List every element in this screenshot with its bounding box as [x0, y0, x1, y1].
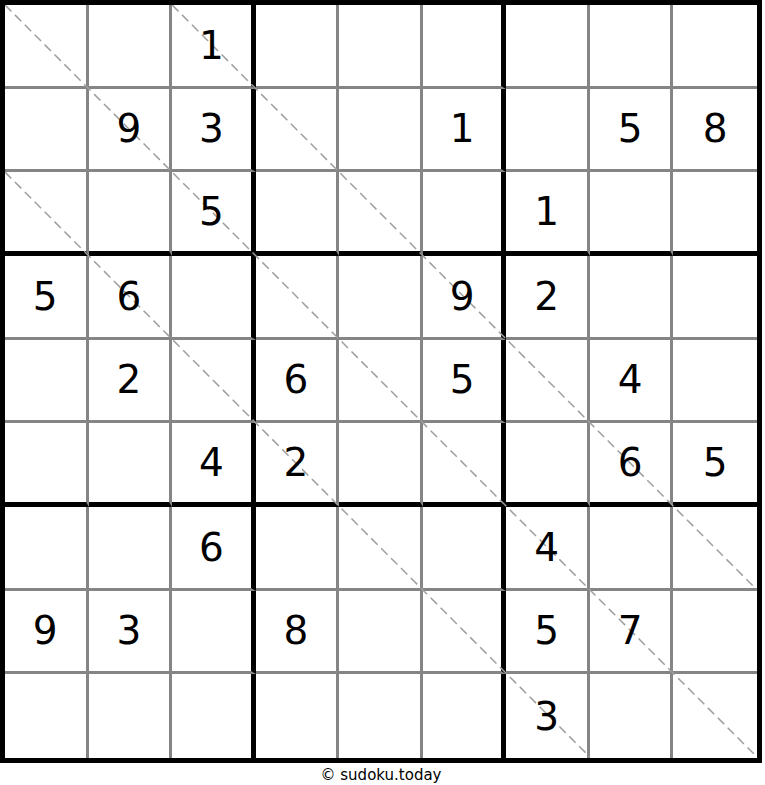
given-digit: 6: [284, 360, 309, 399]
cell-r9c4[interactable]: [256, 674, 340, 758]
cell-r8c2[interactable]: 3: [89, 591, 173, 675]
cell-r9c3[interactable]: [172, 674, 256, 758]
given-digit: 2: [116, 360, 141, 399]
given-digit: 8: [284, 611, 309, 650]
cell-r8c4[interactable]: 8: [256, 591, 340, 675]
cell-r5c2[interactable]: 2: [89, 340, 173, 424]
cell-r8c8[interactable]: 7: [590, 591, 674, 675]
cell-r7c5[interactable]: [339, 507, 423, 591]
cell-r2c6[interactable]: 1: [423, 89, 507, 173]
cell-r9c2[interactable]: [89, 674, 173, 758]
cell-r5c1[interactable]: [5, 340, 89, 424]
given-digit: 3: [534, 697, 559, 736]
cell-r2c5[interactable]: [339, 89, 423, 173]
cell-r1c7[interactable]: [506, 5, 590, 89]
cell-r7c4[interactable]: [256, 507, 340, 591]
cell-r3c8[interactable]: [590, 172, 674, 256]
cell-r5c3[interactable]: [172, 340, 256, 424]
cell-r3c2[interactable]: [89, 172, 173, 256]
sudoku-page: 1931585156922654426564938573 © sudoku.to…: [0, 0, 765, 785]
given-digit: 5: [703, 443, 728, 482]
cell-r6c2[interactable]: [89, 423, 173, 507]
cell-r7c1[interactable]: [5, 507, 89, 591]
cell-r4c2[interactable]: 6: [89, 256, 173, 340]
given-digit: 9: [116, 109, 141, 148]
given-digit: 3: [199, 109, 224, 148]
cell-r1c5[interactable]: [339, 5, 423, 89]
given-digit: 8: [703, 109, 728, 148]
given-digit: 5: [450, 360, 475, 399]
cell-r1c9[interactable]: [673, 5, 757, 89]
given-digit: 1: [450, 109, 475, 148]
given-digit: 2: [284, 443, 309, 482]
cell-r1c8[interactable]: [590, 5, 674, 89]
cell-r4c3[interactable]: [172, 256, 256, 340]
cell-r7c3[interactable]: 6: [172, 507, 256, 591]
cell-r6c4[interactable]: 2: [256, 423, 340, 507]
cell-r5c9[interactable]: [673, 340, 757, 424]
given-digit: 2: [534, 277, 559, 316]
given-digit: 5: [618, 109, 643, 148]
cell-r7c8[interactable]: [590, 507, 674, 591]
cell-r2c4[interactable]: [256, 89, 340, 173]
cell-r4c6[interactable]: 9: [423, 256, 507, 340]
cell-r6c7[interactable]: [506, 423, 590, 507]
cell-r4c1[interactable]: 5: [5, 256, 89, 340]
cell-r1c4[interactable]: [256, 5, 340, 89]
cell-r5c4[interactable]: 6: [256, 340, 340, 424]
cell-r6c3[interactable]: 4: [172, 423, 256, 507]
cell-r2c8[interactable]: 5: [590, 89, 674, 173]
cell-r9c9[interactable]: [673, 674, 757, 758]
cell-r2c2[interactable]: 9: [89, 89, 173, 173]
cell-r6c9[interactable]: 5: [673, 423, 757, 507]
cell-r7c9[interactable]: [673, 507, 757, 591]
cell-r4c4[interactable]: [256, 256, 340, 340]
given-digit: 4: [534, 528, 559, 567]
cell-r7c2[interactable]: [89, 507, 173, 591]
cell-r2c1[interactable]: [5, 89, 89, 173]
given-digit: 4: [618, 360, 643, 399]
cell-r4c5[interactable]: [339, 256, 423, 340]
cell-r7c6[interactable]: [423, 507, 507, 591]
cell-r9c1[interactable]: [5, 674, 89, 758]
cell-r1c1[interactable]: [5, 5, 89, 89]
cell-r8c9[interactable]: [673, 591, 757, 675]
cell-r3c4[interactable]: [256, 172, 340, 256]
cell-r6c1[interactable]: [5, 423, 89, 507]
cell-r9c6[interactable]: [423, 674, 507, 758]
cell-r3c3[interactable]: 5: [172, 172, 256, 256]
cell-r2c7[interactable]: [506, 89, 590, 173]
given-digit: 5: [534, 611, 559, 650]
footer: © sudoku.today: [0, 766, 762, 784]
given-digit: 6: [618, 443, 643, 482]
given-digit: 4: [199, 443, 224, 482]
cell-r6c5[interactable]: [339, 423, 423, 507]
given-digit: 6: [116, 277, 141, 316]
cell-r2c3[interactable]: 3: [172, 89, 256, 173]
cell-r8c1[interactable]: 9: [5, 591, 89, 675]
given-digit: 9: [450, 277, 475, 316]
cell-r8c7[interactable]: 5: [506, 591, 590, 675]
sudoku-board: 1931585156922654426564938573: [0, 0, 762, 763]
cell-r5c5[interactable]: [339, 340, 423, 424]
cell-r3c5[interactable]: [339, 172, 423, 256]
given-digit: 1: [199, 26, 224, 65]
cell-r6c8[interactable]: 6: [590, 423, 674, 507]
cell-r3c7[interactable]: 1: [506, 172, 590, 256]
cell-r5c7[interactable]: [506, 340, 590, 424]
given-digit: 5: [199, 192, 224, 231]
cell-r8c5[interactable]: [339, 591, 423, 675]
cell-r4c7[interactable]: 2: [506, 256, 590, 340]
cell-r1c6[interactable]: [423, 5, 507, 89]
cell-r6c6[interactable]: [423, 423, 507, 507]
cell-r3c9[interactable]: [673, 172, 757, 256]
cell-r4c8[interactable]: [590, 256, 674, 340]
cell-r9c7[interactable]: 3: [506, 674, 590, 758]
board-wrap: 1931585156922654426564938573: [0, 0, 762, 763]
cell-r9c5[interactable]: [339, 674, 423, 758]
cell-r3c1[interactable]: [5, 172, 89, 256]
cell-r4c9[interactable]: [673, 256, 757, 340]
cell-r2c9[interactable]: 8: [673, 89, 757, 173]
given-digit: 6: [199, 528, 224, 567]
given-digit: 7: [618, 611, 643, 650]
cell-r1c2[interactable]: [89, 5, 173, 89]
given-digit: 1: [534, 192, 559, 231]
given-digit: 5: [33, 277, 58, 316]
cell-r7c7[interactable]: 4: [506, 507, 590, 591]
cell-r5c8[interactable]: 4: [590, 340, 674, 424]
cell-r5c6[interactable]: 5: [423, 340, 507, 424]
cell-r8c3[interactable]: [172, 591, 256, 675]
cell-r1c3[interactable]: 1: [172, 5, 256, 89]
given-digit: 3: [116, 611, 141, 650]
cell-r9c8[interactable]: [590, 674, 674, 758]
cell-r3c6[interactable]: [423, 172, 507, 256]
cell-r8c6[interactable]: [423, 591, 507, 675]
credit-text: © sudoku.today: [321, 766, 442, 784]
given-digit: 9: [33, 611, 58, 650]
